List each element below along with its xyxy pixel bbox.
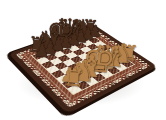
piece-black-pawn[interactable]: ♟	[33, 41, 51, 61]
chess-set-photo: ♜♞♟♝♟♛♟♚♟♝♟♞♟♜♟♟♟♟♜♟♞♟♝♟♛♟♚♟♝♟♞♜	[0, 0, 166, 120]
piece-white-rook[interactable]: ♜	[63, 65, 87, 91]
